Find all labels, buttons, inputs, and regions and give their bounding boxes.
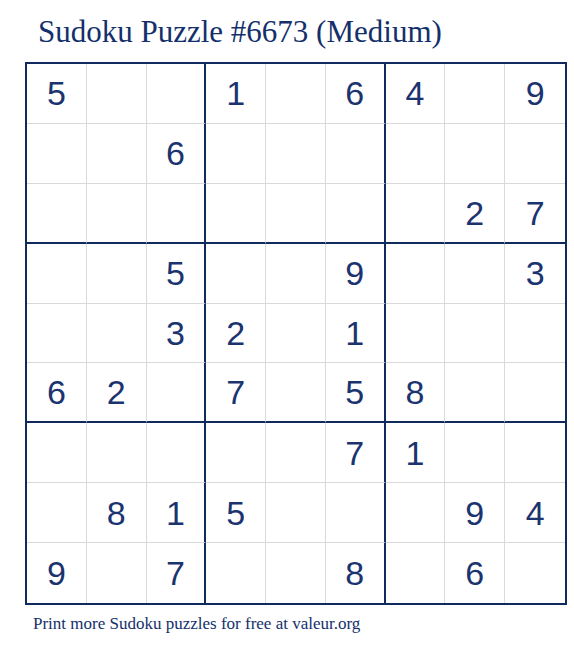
- cell-r7c8: [445, 423, 505, 483]
- cell-r6c6: 5: [326, 363, 386, 423]
- cell-r9c8: 6: [445, 543, 505, 603]
- cell-r5c8: [445, 304, 505, 364]
- cell-r3c8: 2: [445, 184, 505, 244]
- cell-r7c7: 1: [386, 423, 446, 483]
- cell-r2c9: [505, 124, 565, 184]
- puzzle-title: Sudoku Puzzle #6673 (Medium): [38, 14, 442, 50]
- cell-r6c4: 7: [206, 363, 266, 423]
- cell-r3c7: [386, 184, 446, 244]
- cell-r1c8: [445, 64, 505, 124]
- cell-r8c8: 9: [445, 483, 505, 543]
- cell-r6c3: [147, 363, 207, 423]
- cell-r1c7: 4: [386, 64, 446, 124]
- cell-r9c5: [266, 543, 326, 603]
- cell-r1c6: 6: [326, 64, 386, 124]
- cell-r1c2: [87, 64, 147, 124]
- cell-r2c4: [206, 124, 266, 184]
- cell-r3c1: [27, 184, 87, 244]
- sudoku-page: Sudoku Puzzle #6673 (Medium) 51649627593…: [0, 0, 574, 651]
- cell-r6c7: 8: [386, 363, 446, 423]
- cell-r3c9: 7: [505, 184, 565, 244]
- cell-r9c1: 9: [27, 543, 87, 603]
- cell-r2c1: [27, 124, 87, 184]
- cell-r8c4: 5: [206, 483, 266, 543]
- cell-r6c8: [445, 363, 505, 423]
- cell-r8c2: 8: [87, 483, 147, 543]
- cell-r5c2: [87, 304, 147, 364]
- cell-r2c7: [386, 124, 446, 184]
- cell-r7c5: [266, 423, 326, 483]
- cell-r3c6: [326, 184, 386, 244]
- cell-r4c4: [206, 244, 266, 304]
- cell-r7c1: [27, 423, 87, 483]
- cell-r2c5: [266, 124, 326, 184]
- cell-r3c4: [206, 184, 266, 244]
- cell-r7c3: [147, 423, 207, 483]
- cell-r8c5: [266, 483, 326, 543]
- cell-r1c3: [147, 64, 207, 124]
- cell-r4c6: 9: [326, 244, 386, 304]
- cell-r5c7: [386, 304, 446, 364]
- cell-r2c2: [87, 124, 147, 184]
- cell-r5c3: 3: [147, 304, 207, 364]
- cell-r2c6: [326, 124, 386, 184]
- cell-r7c4: [206, 423, 266, 483]
- cell-r9c2: [87, 543, 147, 603]
- cell-r8c9: 4: [505, 483, 565, 543]
- cell-r9c9: [505, 543, 565, 603]
- cell-r3c5: [266, 184, 326, 244]
- cell-r9c7: [386, 543, 446, 603]
- cell-r1c5: [266, 64, 326, 124]
- cell-r6c2: 2: [87, 363, 147, 423]
- cell-r7c9: [505, 423, 565, 483]
- cell-r6c1: 6: [27, 363, 87, 423]
- cell-r8c7: [386, 483, 446, 543]
- cell-r5c5: [266, 304, 326, 364]
- cell-r7c2: [87, 423, 147, 483]
- cell-r4c8: [445, 244, 505, 304]
- cell-r7c6: 7: [326, 423, 386, 483]
- cell-r4c2: [87, 244, 147, 304]
- cell-r8c1: [27, 483, 87, 543]
- sudoku-board: 516496275933216275871815949786: [25, 62, 567, 605]
- cell-r6c5: [266, 363, 326, 423]
- cell-r3c3: [147, 184, 207, 244]
- cell-r4c5: [266, 244, 326, 304]
- cell-r9c3: 7: [147, 543, 207, 603]
- cell-r4c1: [27, 244, 87, 304]
- cell-r3c2: [87, 184, 147, 244]
- cell-r5c9: [505, 304, 565, 364]
- cell-r4c9: 3: [505, 244, 565, 304]
- cell-r1c9: 9: [505, 64, 565, 124]
- cell-r1c4: 1: [206, 64, 266, 124]
- cell-r4c3: 5: [147, 244, 207, 304]
- cell-r5c6: 1: [326, 304, 386, 364]
- cell-r6c9: [505, 363, 565, 423]
- footer-text: Print more Sudoku puzzles for free at va…: [33, 614, 360, 634]
- cell-r8c3: 1: [147, 483, 207, 543]
- cell-r4c7: [386, 244, 446, 304]
- cell-r9c6: 8: [326, 543, 386, 603]
- cell-r5c4: 2: [206, 304, 266, 364]
- cell-r2c3: 6: [147, 124, 207, 184]
- cell-r5c1: [27, 304, 87, 364]
- cell-r1c1: 5: [27, 64, 87, 124]
- cell-r8c6: [326, 483, 386, 543]
- cell-r9c4: [206, 543, 266, 603]
- cell-r2c8: [445, 124, 505, 184]
